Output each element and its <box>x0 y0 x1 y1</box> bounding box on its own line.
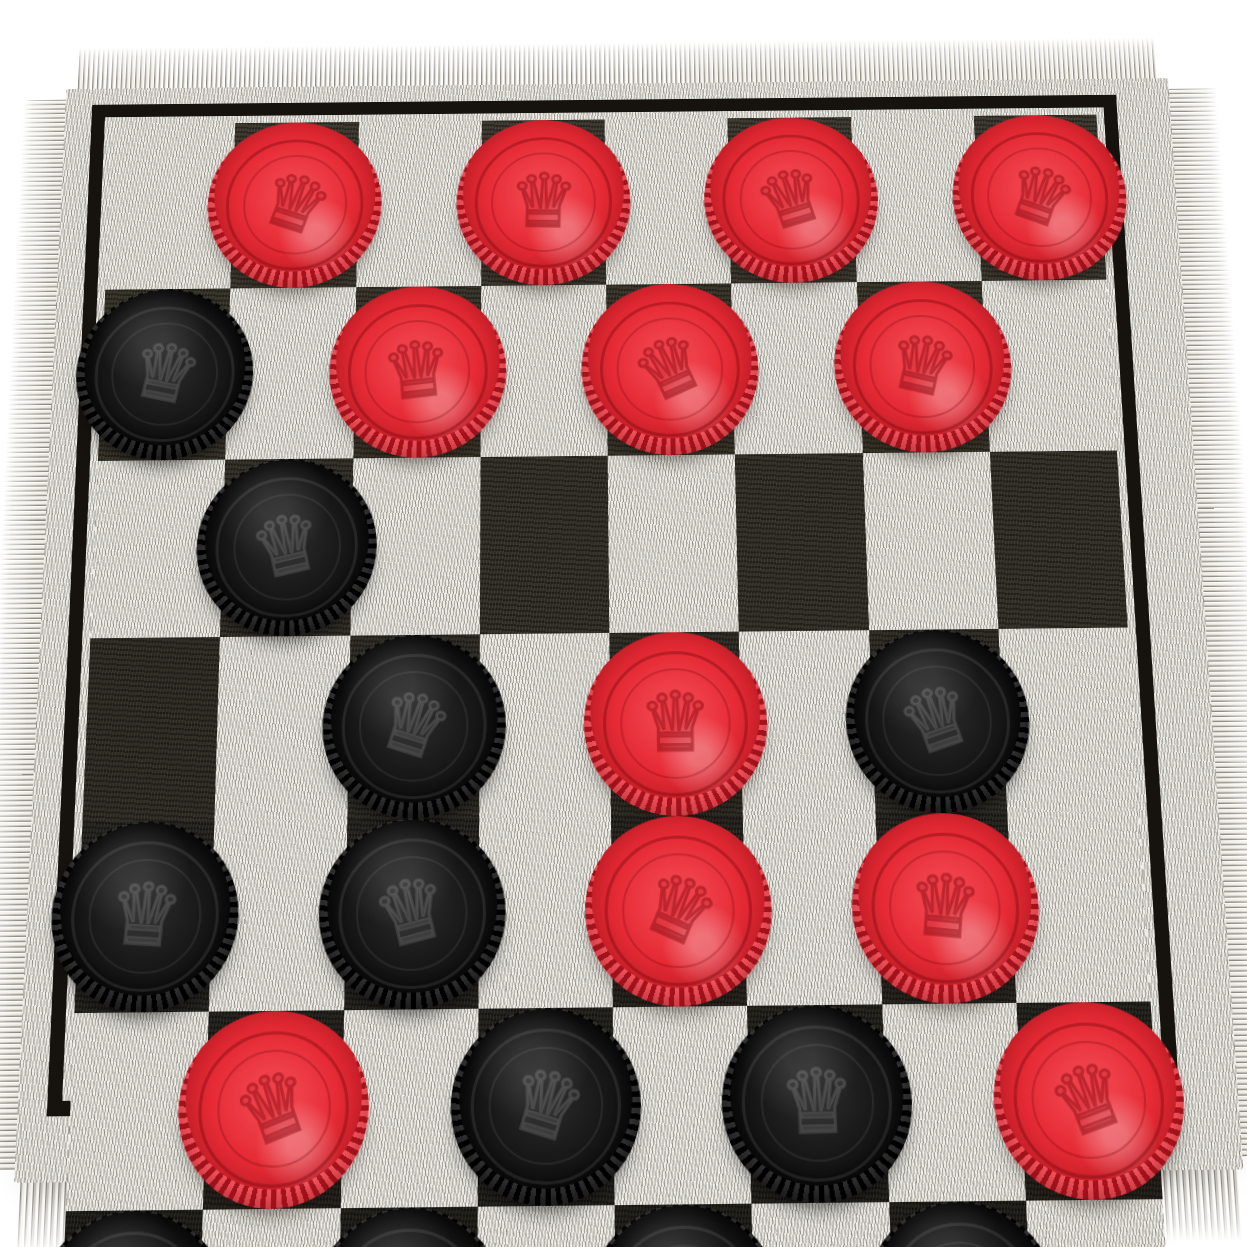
crown-emblem-icon: ♛ <box>1038 1046 1140 1155</box>
crown-emblem-icon: ♛ <box>104 872 186 961</box>
crown-emblem-icon: ♛ <box>628 857 728 964</box>
crown-emblem-icon: ♛ <box>366 676 461 775</box>
crown-emblem-icon: ♛ <box>121 330 208 418</box>
crown-emblem-icon: ♛ <box>379 330 456 413</box>
crown-emblem-icon: ♛ <box>639 682 713 764</box>
crown-emblem-icon: ♛ <box>880 322 964 411</box>
square-e6 <box>608 454 739 632</box>
crown-emblem-icon: ♛ <box>249 160 340 250</box>
rug-body: ♛♛♛♛♛♛♛♛♛♛♛♛♛♛♛♛♛♛♛♛♛♛♛♛ <box>14 78 1243 1183</box>
crown-emblem-icon: ♛ <box>778 1058 857 1148</box>
crown-emblem-icon: ♛ <box>244 501 330 594</box>
crown-emblem-icon: ♛ <box>508 165 578 238</box>
square-f1 <box>752 1202 896 1247</box>
checkers-rug: ♛♛♛♛♛♛♛♛♛♛♛♛♛♛♛♛♛♛♛♛♛♛♛♛ <box>14 78 1243 1183</box>
square-h6 <box>990 450 1128 628</box>
square-h1 <box>1026 1199 1175 1247</box>
board-frame: ♛♛♛♛♛♛♛♛♛♛♛♛♛♛♛♛♛♛♛♛♛♛♛♛ <box>47 95 1180 1117</box>
checkers-board: ♛♛♛♛♛♛♛♛♛♛♛♛♛♛♛♛♛♛♛♛♛♛♛♛ <box>71 115 1155 1092</box>
square-f6 <box>735 453 869 631</box>
square-a5 <box>82 637 220 822</box>
crown-emblem-icon: ♛ <box>747 155 837 244</box>
crown-emblem-icon: ♛ <box>225 1054 324 1164</box>
crown-emblem-icon: ♛ <box>497 1053 593 1159</box>
square-b1 <box>197 1208 340 1247</box>
photo-scene: ♛♛♛♛♛♛♛♛♛♛♛♛♛♛♛♛♛♛♛♛♛♛♛♛ <box>0 0 1247 1247</box>
square-g6 <box>862 452 998 630</box>
crown-emblem-icon: ♛ <box>905 862 984 953</box>
crown-emblem-icon: ♛ <box>995 152 1084 243</box>
square-d1 <box>477 1205 617 1247</box>
crown-emblem-icon: ♛ <box>366 863 457 964</box>
square-d6 <box>480 456 610 634</box>
crown-emblem-icon: ♛ <box>889 670 985 770</box>
crown-emblem-icon: ♛ <box>622 320 718 417</box>
